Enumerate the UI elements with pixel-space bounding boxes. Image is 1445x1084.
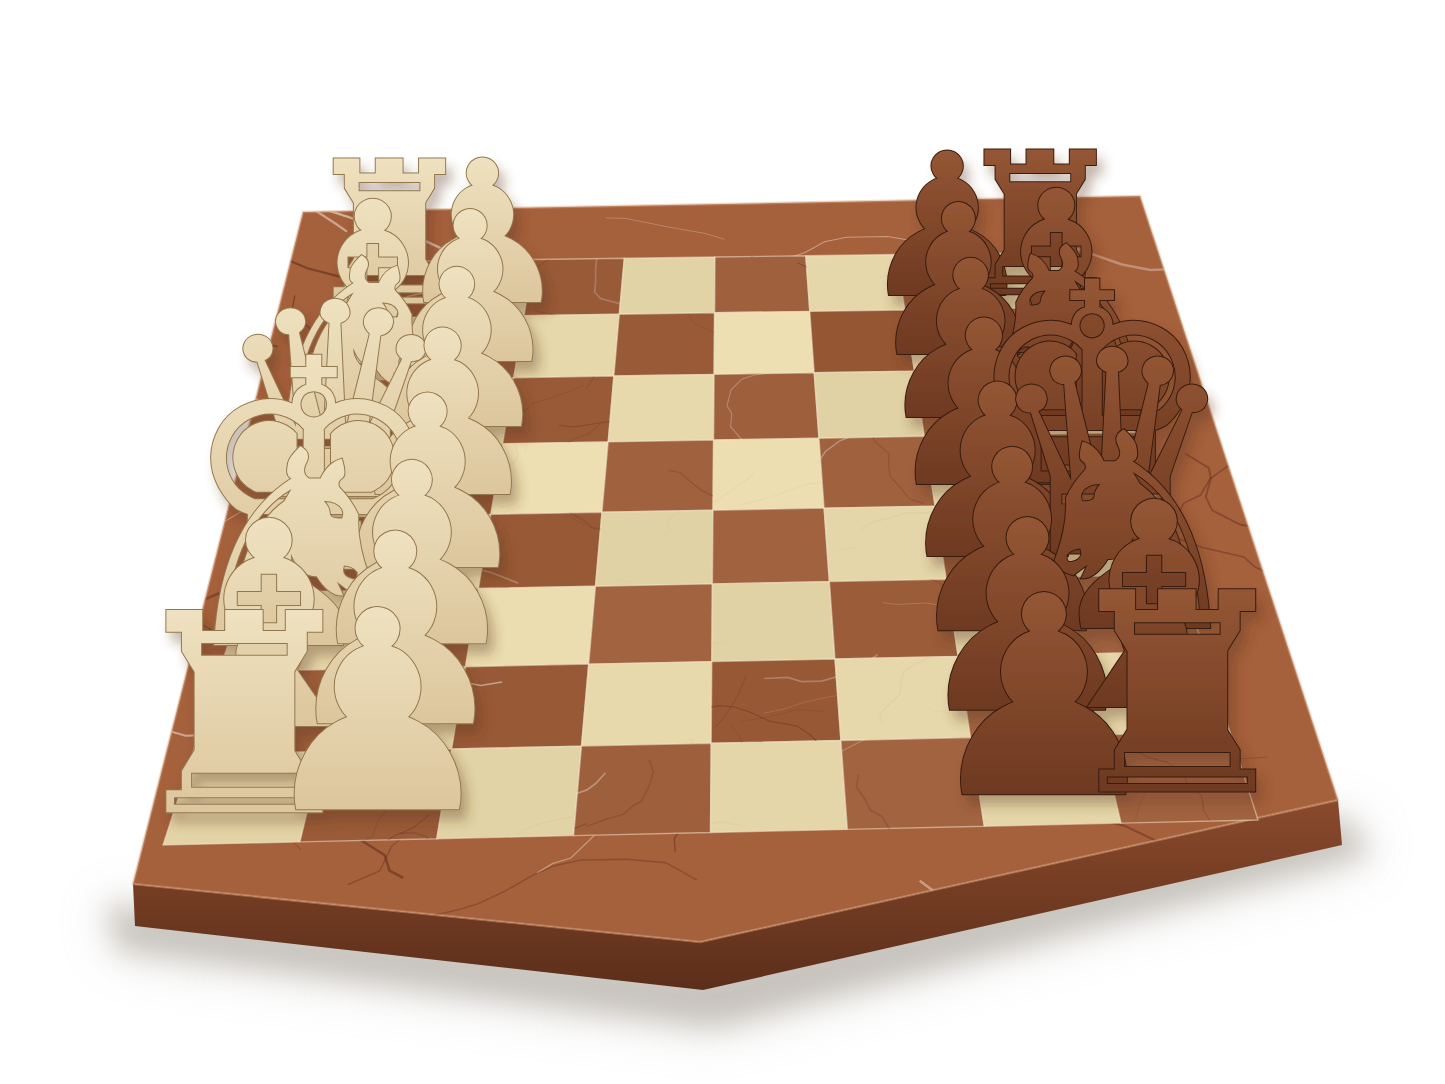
square-a5[interactable] xyxy=(715,256,810,313)
marble-vein xyxy=(1244,286,1312,346)
square-d4[interactable] xyxy=(602,440,714,512)
square-c4[interactable] xyxy=(608,374,714,442)
square-g4[interactable] xyxy=(582,662,712,747)
square-g5[interactable] xyxy=(711,659,841,743)
piece-black-rook-h8[interactable]: ♜ xyxy=(1053,534,1301,856)
square-d5[interactable] xyxy=(713,438,824,510)
square-h4[interactable] xyxy=(574,743,712,835)
square-f5[interactable] xyxy=(712,582,835,662)
piece-white-pawn-h2[interactable]: ♟ xyxy=(254,552,502,874)
square-b4[interactable] xyxy=(614,313,715,376)
square-b5[interactable] xyxy=(714,311,814,374)
photo-stage: ♜♟♟♜♝♟♟♝♞♟♟♞♛♟♟♚♚♟♟♛♞♟♟♞♝♟♟♝♜♟♟♜ xyxy=(0,0,1445,1084)
square-c5[interactable] xyxy=(714,373,819,440)
square-e5[interactable] xyxy=(712,508,829,584)
square-f4[interactable] xyxy=(589,584,713,664)
marble-vein xyxy=(29,198,192,246)
marble-vein xyxy=(1214,889,1390,905)
chess-board: ♜♟♟♜♝♟♟♝♞♟♟♞♛♟♟♚♚♟♟♛♞♟♟♞♝♟♟♝♜♟♟♜ xyxy=(0,0,1445,1084)
square-h5[interactable] xyxy=(711,741,848,833)
square-e4[interactable] xyxy=(596,510,714,586)
square-a4[interactable] xyxy=(619,257,715,314)
